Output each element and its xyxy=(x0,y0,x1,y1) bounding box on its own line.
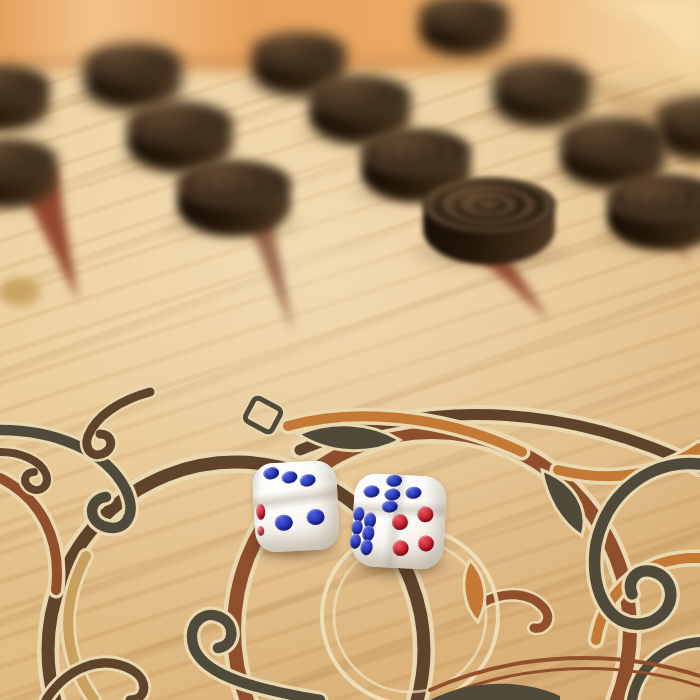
die-right[interactable] xyxy=(351,473,448,571)
backgammon-board-photo xyxy=(0,0,700,700)
die-left[interactable] xyxy=(252,460,341,553)
dice-layer xyxy=(0,0,700,700)
